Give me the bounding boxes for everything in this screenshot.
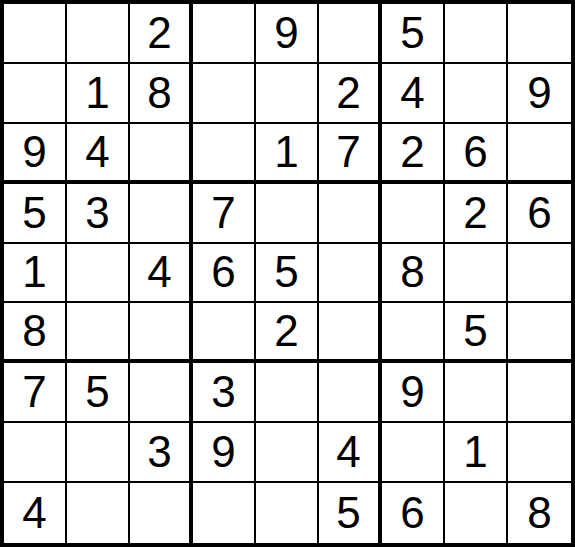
cell-r9c7[interactable]: 6 <box>382 483 445 543</box>
cell-r6c3[interactable] <box>130 303 193 363</box>
cell-r3c7[interactable]: 2 <box>382 124 445 184</box>
cell-r3c8[interactable]: 6 <box>445 124 508 184</box>
cell-r7c1[interactable]: 7 <box>4 363 67 423</box>
cell-r1c5[interactable]: 9 <box>256 4 319 64</box>
cell-r5c8[interactable] <box>445 244 508 304</box>
cell-r2c5[interactable] <box>256 64 319 124</box>
cell-r8c4[interactable]: 9 <box>193 423 256 483</box>
cell-r3c3[interactable] <box>130 124 193 184</box>
cell-r7c9[interactable] <box>508 363 571 423</box>
cell-r1c7[interactable]: 5 <box>382 4 445 64</box>
cell-r7c4[interactable]: 3 <box>193 363 256 423</box>
cell-r3c9[interactable] <box>508 124 571 184</box>
cell-r5c3[interactable]: 4 <box>130 244 193 304</box>
cell-r5c2[interactable] <box>67 244 130 304</box>
cell-r5c9[interactable] <box>508 244 571 304</box>
cell-r5c6[interactable] <box>319 244 382 304</box>
sudoku-board: 295182499417265372614658825753939414568 <box>0 0 575 547</box>
cell-r1c1[interactable] <box>4 4 67 64</box>
cell-r1c4[interactable] <box>193 4 256 64</box>
cell-r8c9[interactable] <box>508 423 571 483</box>
cell-r9c9[interactable]: 8 <box>508 483 571 543</box>
cell-r1c8[interactable] <box>445 4 508 64</box>
cell-r1c9[interactable] <box>508 4 571 64</box>
cell-r4c2[interactable]: 3 <box>67 184 130 244</box>
cell-r9c8[interactable] <box>445 483 508 543</box>
cell-r2c2[interactable]: 1 <box>67 64 130 124</box>
cell-r3c6[interactable]: 7 <box>319 124 382 184</box>
cell-r2c3[interactable]: 8 <box>130 64 193 124</box>
cell-r6c4[interactable] <box>193 303 256 363</box>
cell-r4c9[interactable]: 6 <box>508 184 571 244</box>
cell-r6c8[interactable]: 5 <box>445 303 508 363</box>
cell-r5c7[interactable]: 8 <box>382 244 445 304</box>
cell-r9c1[interactable]: 4 <box>4 483 67 543</box>
cell-r7c3[interactable] <box>130 363 193 423</box>
cell-r5c1[interactable]: 1 <box>4 244 67 304</box>
cell-r1c6[interactable] <box>319 4 382 64</box>
cell-r9c4[interactable] <box>193 483 256 543</box>
cell-r6c5[interactable]: 2 <box>256 303 319 363</box>
cell-r7c5[interactable] <box>256 363 319 423</box>
cell-r5c4[interactable]: 6 <box>193 244 256 304</box>
cell-r3c5[interactable]: 1 <box>256 124 319 184</box>
cell-r6c7[interactable] <box>382 303 445 363</box>
cell-r9c5[interactable] <box>256 483 319 543</box>
cell-r4c7[interactable] <box>382 184 445 244</box>
cell-r8c8[interactable]: 1 <box>445 423 508 483</box>
cell-r7c6[interactable] <box>319 363 382 423</box>
cell-r6c2[interactable] <box>67 303 130 363</box>
cell-r4c5[interactable] <box>256 184 319 244</box>
cell-r8c5[interactable] <box>256 423 319 483</box>
cell-r2c1[interactable] <box>4 64 67 124</box>
cell-r8c1[interactable] <box>4 423 67 483</box>
cell-r9c3[interactable] <box>130 483 193 543</box>
cell-r8c3[interactable]: 3 <box>130 423 193 483</box>
cell-r4c4[interactable]: 7 <box>193 184 256 244</box>
cell-r1c3[interactable]: 2 <box>130 4 193 64</box>
cell-r8c7[interactable] <box>382 423 445 483</box>
cell-r2c7[interactable]: 4 <box>382 64 445 124</box>
cell-r5c5[interactable]: 5 <box>256 244 319 304</box>
cell-r3c4[interactable] <box>193 124 256 184</box>
cell-r4c3[interactable] <box>130 184 193 244</box>
cell-r9c2[interactable] <box>67 483 130 543</box>
cell-r2c9[interactable]: 9 <box>508 64 571 124</box>
cell-r1c2[interactable] <box>67 4 130 64</box>
cell-r4c8[interactable]: 2 <box>445 184 508 244</box>
cell-r7c8[interactable] <box>445 363 508 423</box>
cell-r9c6[interactable]: 5 <box>319 483 382 543</box>
cell-r6c6[interactable] <box>319 303 382 363</box>
cell-r7c7[interactable]: 9 <box>382 363 445 423</box>
cell-r8c6[interactable]: 4 <box>319 423 382 483</box>
cell-r6c9[interactable] <box>508 303 571 363</box>
cell-r3c1[interactable]: 9 <box>4 124 67 184</box>
cell-r4c1[interactable]: 5 <box>4 184 67 244</box>
cell-r2c8[interactable] <box>445 64 508 124</box>
cell-r8c2[interactable] <box>67 423 130 483</box>
cell-r2c4[interactable] <box>193 64 256 124</box>
cell-r3c2[interactable]: 4 <box>67 124 130 184</box>
cell-r2c6[interactable]: 2 <box>319 64 382 124</box>
cell-r7c2[interactable]: 5 <box>67 363 130 423</box>
cell-r4c6[interactable] <box>319 184 382 244</box>
cell-r6c1[interactable]: 8 <box>4 303 67 363</box>
